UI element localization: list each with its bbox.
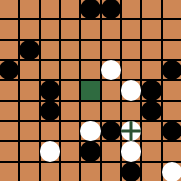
cell-r2c8[interactable] xyxy=(163,41,181,59)
cell-r5c2[interactable] xyxy=(41,102,59,120)
black-stone xyxy=(40,80,60,100)
cell-r4c6[interactable] xyxy=(122,81,140,99)
cell-r1c1[interactable] xyxy=(20,20,38,38)
cell-r8c2[interactable] xyxy=(41,163,59,181)
cell-r7c7[interactable] xyxy=(142,142,160,160)
cell-r6c1[interactable] xyxy=(20,122,38,140)
cell-r0c2[interactable] xyxy=(41,0,59,18)
cell-r7c5[interactable] xyxy=(102,142,120,160)
cell-r7c4[interactable] xyxy=(81,142,99,160)
white-stone xyxy=(121,80,141,100)
black-stone xyxy=(162,60,181,80)
cell-r0c0[interactable] xyxy=(0,0,18,18)
cell-r4c8[interactable] xyxy=(163,81,181,99)
cell-r0c7[interactable] xyxy=(142,0,160,18)
cell-r6c2[interactable] xyxy=(41,122,59,140)
green-square-tile-r4c4[interactable] xyxy=(81,81,99,99)
cell-r3c2[interactable] xyxy=(41,61,59,79)
cell-r6c7[interactable] xyxy=(142,122,160,140)
cross-mark-horizontal-bar xyxy=(121,130,141,133)
cell-r0c1[interactable] xyxy=(20,0,38,18)
black-stone xyxy=(101,0,121,19)
cell-r6c8[interactable] xyxy=(163,122,181,140)
black-stone xyxy=(141,101,161,121)
cell-r0c4[interactable] xyxy=(81,0,99,18)
cell-r6c6[interactable] xyxy=(122,122,140,140)
cell-r0c3[interactable] xyxy=(61,0,79,18)
cell-r7c3[interactable] xyxy=(61,142,79,160)
cell-r1c8[interactable] xyxy=(163,20,181,38)
cell-r0c8[interactable] xyxy=(163,0,181,18)
cell-r4c7[interactable] xyxy=(142,81,160,99)
cell-r5c1[interactable] xyxy=(20,102,38,120)
cell-r6c5[interactable] xyxy=(102,122,120,140)
cell-r1c6[interactable] xyxy=(122,20,140,38)
cell-r8c3[interactable] xyxy=(61,163,79,181)
black-stone xyxy=(80,0,100,19)
cell-r1c7[interactable] xyxy=(142,20,160,38)
black-stone xyxy=(0,60,19,80)
cell-r1c0[interactable] xyxy=(0,20,18,38)
cell-r5c4[interactable] xyxy=(81,102,99,120)
black-stone xyxy=(162,121,181,141)
cell-r6c0[interactable] xyxy=(0,122,18,140)
white-stone xyxy=(101,60,121,80)
black-stone xyxy=(121,162,141,181)
white-stone xyxy=(80,121,100,141)
cell-r2c1[interactable] xyxy=(20,41,38,59)
white-stone xyxy=(40,141,60,161)
cell-r1c4[interactable] xyxy=(81,20,99,38)
cell-r4c2[interactable] xyxy=(41,81,59,99)
cell-r8c6[interactable] xyxy=(122,163,140,181)
black-stone xyxy=(19,40,39,60)
black-stone xyxy=(80,141,100,161)
cell-r7c0[interactable] xyxy=(0,142,18,160)
cell-r1c5[interactable] xyxy=(102,20,120,38)
cell-r2c7[interactable] xyxy=(142,41,160,59)
white-stone xyxy=(121,141,141,161)
cell-r4c0[interactable] xyxy=(0,81,18,99)
cell-r8c5[interactable] xyxy=(102,163,120,181)
cell-r7c8[interactable] xyxy=(163,142,181,160)
cell-r2c5[interactable] xyxy=(102,41,120,59)
cell-r8c7[interactable] xyxy=(142,163,160,181)
cell-r4c5[interactable] xyxy=(102,81,120,99)
cell-r8c1[interactable] xyxy=(20,163,38,181)
cell-r8c4[interactable] xyxy=(81,163,99,181)
cell-r5c6[interactable] xyxy=(122,102,140,120)
cell-r7c2[interactable] xyxy=(41,142,59,160)
cell-r4c1[interactable] xyxy=(20,81,38,99)
cross-marked-white-stone xyxy=(121,121,141,141)
cell-r7c6[interactable] xyxy=(122,142,140,160)
black-stone xyxy=(101,121,121,141)
black-stone xyxy=(40,101,60,121)
cell-r2c4[interactable] xyxy=(81,41,99,59)
game-board xyxy=(0,0,181,181)
cell-r5c3[interactable] xyxy=(61,102,79,120)
cell-r0c6[interactable] xyxy=(122,0,140,18)
cell-r5c7[interactable] xyxy=(142,102,160,120)
cell-r0c5[interactable] xyxy=(102,0,120,18)
cell-r3c6[interactable] xyxy=(122,61,140,79)
cell-r5c0[interactable] xyxy=(0,102,18,120)
cell-r6c4[interactable] xyxy=(81,122,99,140)
cell-r2c6[interactable] xyxy=(122,41,140,59)
cell-r4c3[interactable] xyxy=(61,81,79,99)
cell-r2c2[interactable] xyxy=(41,41,59,59)
cell-r1c3[interactable] xyxy=(61,20,79,38)
cell-r5c5[interactable] xyxy=(102,102,120,120)
black-stone xyxy=(141,80,161,100)
cell-r3c3[interactable] xyxy=(61,61,79,79)
cell-r7c1[interactable] xyxy=(20,142,38,160)
cell-r6c3[interactable] xyxy=(61,122,79,140)
cell-r3c1[interactable] xyxy=(20,61,38,79)
cell-r2c3[interactable] xyxy=(61,41,79,59)
cell-r8c0[interactable] xyxy=(0,163,18,181)
cell-r8c8[interactable] xyxy=(163,163,181,181)
cell-r3c4[interactable] xyxy=(81,61,99,79)
cell-r3c8[interactable] xyxy=(163,61,181,79)
cell-r5c8[interactable] xyxy=(163,102,181,120)
cell-r3c0[interactable] xyxy=(0,61,18,79)
cell-r3c5[interactable] xyxy=(102,61,120,79)
cell-r2c0[interactable] xyxy=(0,41,18,59)
white-stone xyxy=(162,162,181,181)
cell-r1c2[interactable] xyxy=(41,20,59,38)
cell-r3c7[interactable] xyxy=(142,61,160,79)
